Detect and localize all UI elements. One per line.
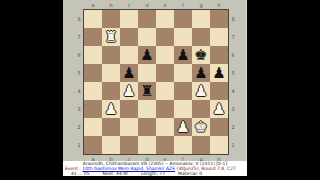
square-c7[interactable] — [120, 28, 138, 46]
rank-label-8: 8 — [75, 10, 83, 28]
rank-label-2: 2 — [75, 118, 83, 136]
video-frame: abcdefgh 87654321 ♜♟♟♚♟♟♟♟♜♟♟♟♟♚ 8765432… — [0, 0, 320, 180]
rank-label-5: 5 — [75, 64, 83, 82]
square-d6[interactable]: ♟ — [138, 46, 156, 64]
black-king-g6[interactable]: ♚ — [194, 46, 207, 64]
square-f8[interactable] — [174, 10, 192, 28]
white-pawn-f2[interactable]: ♟ — [176, 118, 189, 136]
square-f3[interactable] — [174, 100, 192, 118]
square-e2[interactable] — [156, 118, 174, 136]
square-a3[interactable] — [84, 100, 102, 118]
square-g6[interactable]: ♚ — [192, 46, 210, 64]
square-h4[interactable] — [210, 82, 228, 100]
square-f1[interactable] — [174, 136, 192, 154]
black-pawn-d6[interactable]: ♟ — [140, 46, 153, 64]
file-label-c: c — [120, 1, 138, 9]
square-h5[interactable]: ♟ — [210, 64, 228, 82]
black-rook-d4[interactable]: ♜ — [140, 82, 153, 100]
square-a7[interactable] — [84, 28, 102, 46]
square-f2[interactable]: ♟ — [174, 118, 192, 136]
square-c3[interactable] — [120, 100, 138, 118]
rank-label-8: 8 — [229, 10, 237, 28]
board: ♜♟♟♚♟♟♟♟♜♟♟♟♟♚ — [84, 10, 228, 154]
white-rook-b7[interactable]: ♜ — [104, 28, 117, 46]
square-a8[interactable] — [84, 10, 102, 28]
square-f4[interactable] — [174, 82, 192, 100]
rank-label-7: 7 — [229, 28, 237, 46]
chess-gui-panel: abcdefgh 87654321 ♜♟♟♚♟♟♟♟♜♟♟♟♟♚ 8765432… — [63, 0, 247, 176]
black-pawn-f6[interactable]: ♟ — [176, 46, 189, 64]
square-c8[interactable] — [120, 10, 138, 28]
file-label-e: e — [156, 1, 174, 9]
square-h3[interactable]: ♟ — [210, 100, 228, 118]
file-label-b: b — [102, 1, 120, 9]
square-d8[interactable] — [138, 10, 156, 28]
square-a4[interactable] — [84, 82, 102, 100]
file-label-f: f — [174, 1, 192, 9]
black-pawn-g5[interactable]: ♟ — [194, 64, 207, 82]
white-pawn-c4[interactable]: ♟ — [122, 82, 135, 100]
square-h1[interactable] — [210, 136, 228, 154]
file-label-a: a — [84, 1, 102, 9]
square-d5[interactable] — [138, 64, 156, 82]
rank-labels-right: 87654321 — [229, 10, 237, 154]
square-b1[interactable] — [102, 136, 120, 154]
file-label-h: h — [210, 1, 228, 9]
square-d4[interactable]: ♜ — [138, 82, 156, 100]
square-e1[interactable] — [156, 136, 174, 154]
square-h2[interactable] — [210, 118, 228, 136]
square-b5[interactable] — [102, 64, 120, 82]
square-c6[interactable] — [120, 46, 138, 64]
black-pawn-h5[interactable]: ♟ — [212, 64, 225, 82]
square-d1[interactable] — [138, 136, 156, 154]
square-d2[interactable] — [138, 118, 156, 136]
game-info-panel: Aravindh, Chithambaram VR (2305) -- Amon… — [63, 161, 247, 176]
rank-label-1: 1 — [229, 136, 237, 154]
white-pawn-h3[interactable]: ♟ — [212, 100, 225, 118]
square-b8[interactable] — [102, 10, 120, 28]
game-length: Length: 77 — [141, 171, 165, 176]
rank-label-4: 4 — [75, 82, 83, 100]
square-h7[interactable] — [210, 28, 228, 46]
rank-label-1: 1 — [75, 136, 83, 154]
left-letterbox-bar — [0, 0, 63, 180]
square-d3[interactable] — [138, 100, 156, 118]
square-h8[interactable] — [210, 10, 228, 28]
square-e6[interactable] — [156, 46, 174, 64]
square-c4[interactable]: ♟ — [120, 82, 138, 100]
file-label-d: d — [138, 1, 156, 9]
white-pawn-b3[interactable]: ♟ — [104, 100, 117, 118]
move-info-line: 41 ... h5 Next: 44 Rf Length: 77 Materia… — [63, 171, 247, 176]
square-g4[interactable]: ♟ — [192, 82, 210, 100]
square-b6[interactable] — [102, 46, 120, 64]
rank-labels-left: 87654321 — [75, 10, 83, 154]
square-g5[interactable]: ♟ — [192, 64, 210, 82]
square-a5[interactable] — [84, 64, 102, 82]
square-c5[interactable]: ♟ — [120, 64, 138, 82]
square-e8[interactable] — [156, 10, 174, 28]
white-king-g2[interactable]: ♚ — [194, 118, 207, 136]
next-move: Next: 44 Rf — [103, 171, 128, 176]
file-labels-top: abcdefgh — [84, 1, 228, 9]
square-e7[interactable] — [156, 28, 174, 46]
file-label-g: g — [192, 1, 210, 9]
square-e5[interactable] — [156, 64, 174, 82]
board-frame: abcdefgh 87654321 ♜♟♟♚♟♟♟♟♜♟♟♟♟♚ 8765432… — [63, 0, 247, 161]
square-d7[interactable] — [138, 28, 156, 46]
square-g1[interactable] — [192, 136, 210, 154]
square-h6[interactable] — [210, 46, 228, 64]
square-c2[interactable] — [120, 118, 138, 136]
square-g8[interactable] — [192, 10, 210, 28]
square-b2[interactable] — [102, 118, 120, 136]
rank-label-2: 2 — [229, 118, 237, 136]
rank-label-6: 6 — [75, 46, 83, 64]
rank-label-3: 3 — [229, 100, 237, 118]
square-b7[interactable]: ♜ — [102, 28, 120, 46]
square-e3[interactable] — [156, 100, 174, 118]
square-c1[interactable] — [120, 136, 138, 154]
rank-label-7: 7 — [75, 28, 83, 46]
square-a1[interactable] — [84, 136, 102, 154]
square-a2[interactable] — [84, 118, 102, 136]
square-f6[interactable]: ♟ — [174, 46, 192, 64]
white-pawn-g4[interactable]: ♟ — [194, 82, 207, 100]
right-letterbox-bar — [247, 0, 320, 180]
square-g2[interactable]: ♚ — [192, 118, 210, 136]
square-f5[interactable] — [174, 64, 192, 82]
square-g7[interactable] — [192, 28, 210, 46]
last-move: 41 ... h5 — [71, 171, 90, 176]
square-e4[interactable] — [156, 82, 174, 100]
rank-label-3: 3 — [75, 100, 83, 118]
square-f7[interactable] — [174, 28, 192, 46]
square-a6[interactable] — [84, 46, 102, 64]
square-g3[interactable] — [192, 100, 210, 118]
material-balance: Material: 0 — [178, 171, 202, 176]
rank-label-5: 5 — [229, 64, 237, 82]
rank-label-6: 6 — [229, 46, 237, 64]
black-pawn-c5[interactable]: ♟ — [122, 64, 135, 82]
rank-label-4: 4 — [229, 82, 237, 100]
square-b4[interactable] — [102, 82, 120, 100]
square-b3[interactable]: ♟ — [102, 100, 120, 118]
